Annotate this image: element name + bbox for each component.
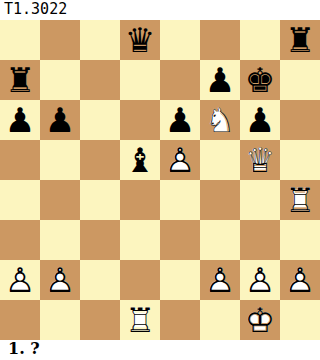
square-d4[interactable] (120, 180, 160, 220)
square-e3[interactable] (160, 220, 200, 260)
square-c1[interactable] (80, 300, 120, 340)
square-a8[interactable] (0, 20, 40, 60)
square-g4[interactable] (240, 180, 280, 220)
square-h1[interactable] (280, 300, 320, 340)
white-pawn-fill: ♟ (200, 260, 240, 300)
black-pawn: ♟ (160, 100, 200, 140)
square-h2[interactable]: ♟♙ (280, 260, 320, 300)
black-pawn: ♟ (240, 100, 280, 140)
square-b5[interactable] (40, 140, 80, 180)
square-h5[interactable] (280, 140, 320, 180)
white-knight-fill: ♞ (200, 100, 240, 140)
square-f8[interactable] (200, 20, 240, 60)
square-d7[interactable] (120, 60, 160, 100)
white-pawn: ♙ (0, 260, 40, 300)
white-rook-fill: ♜ (280, 180, 320, 220)
square-d5[interactable]: ♝ (120, 140, 160, 180)
white-pawn: ♙ (160, 140, 200, 180)
square-h3[interactable] (280, 220, 320, 260)
square-d3[interactable] (120, 220, 160, 260)
black-bishop: ♝ (120, 140, 160, 180)
square-a6[interactable]: ♟ (0, 100, 40, 140)
square-f2[interactable]: ♟♙ (200, 260, 240, 300)
white-pawn-fill: ♟ (0, 260, 40, 300)
black-king: ♚ (240, 60, 280, 100)
square-g5[interactable]: ♛♕ (240, 140, 280, 180)
square-b1[interactable] (40, 300, 80, 340)
square-a4[interactable] (0, 180, 40, 220)
square-g8[interactable] (240, 20, 280, 60)
white-pawn-fill: ♟ (280, 260, 320, 300)
square-b7[interactable] (40, 60, 80, 100)
square-c5[interactable] (80, 140, 120, 180)
square-e6[interactable]: ♟ (160, 100, 200, 140)
white-rook: ♖ (280, 180, 320, 220)
chess-board: ♛♜♜♟♚♟♟♟♞♘♟♝♟♙♛♕♜♖♟♙♟♙♟♙♟♙♟♙♜♖♚♔ (0, 20, 320, 340)
square-c8[interactable] (80, 20, 120, 60)
square-g7[interactable]: ♚ (240, 60, 280, 100)
square-d1[interactable]: ♜♖ (120, 300, 160, 340)
square-g3[interactable] (240, 220, 280, 260)
white-king: ♔ (240, 300, 280, 340)
square-c2[interactable] (80, 260, 120, 300)
square-f4[interactable] (200, 180, 240, 220)
white-pawn-fill: ♟ (160, 140, 200, 180)
white-pawn: ♙ (240, 260, 280, 300)
square-a7[interactable]: ♜ (0, 60, 40, 100)
square-d8[interactable]: ♛ (120, 20, 160, 60)
black-pawn: ♟ (40, 100, 80, 140)
white-pawn: ♙ (200, 260, 240, 300)
square-e8[interactable] (160, 20, 200, 60)
square-e4[interactable] (160, 180, 200, 220)
square-f7[interactable]: ♟ (200, 60, 240, 100)
black-pawn: ♟ (0, 100, 40, 140)
square-d2[interactable] (120, 260, 160, 300)
square-e5[interactable]: ♟♙ (160, 140, 200, 180)
square-c4[interactable] (80, 180, 120, 220)
square-b8[interactable] (40, 20, 80, 60)
square-h4[interactable]: ♜♖ (280, 180, 320, 220)
white-rook-fill: ♜ (120, 300, 160, 340)
black-rook: ♜ (280, 20, 320, 60)
square-e1[interactable] (160, 300, 200, 340)
square-a2[interactable]: ♟♙ (0, 260, 40, 300)
move-prompt: 1. ? (0, 340, 320, 360)
square-a5[interactable] (0, 140, 40, 180)
white-queen: ♕ (240, 140, 280, 180)
white-king-fill: ♚ (240, 300, 280, 340)
square-a3[interactable] (0, 220, 40, 260)
square-b2[interactable]: ♟♙ (40, 260, 80, 300)
black-pawn: ♟ (200, 60, 240, 100)
chess-app-window: T1.3022 ♛♜♜♟♚♟♟♟♞♘♟♝♟♙♛♕♜♖♟♙♟♙♟♙♟♙♟♙♜♖♚♔… (0, 0, 320, 360)
square-g2[interactable]: ♟♙ (240, 260, 280, 300)
square-e2[interactable] (160, 260, 200, 300)
white-rook: ♖ (120, 300, 160, 340)
square-b3[interactable] (40, 220, 80, 260)
white-pawn: ♙ (280, 260, 320, 300)
square-h6[interactable] (280, 100, 320, 140)
square-g1[interactable]: ♚♔ (240, 300, 280, 340)
square-c3[interactable] (80, 220, 120, 260)
white-queen-fill: ♛ (240, 140, 280, 180)
square-e7[interactable] (160, 60, 200, 100)
square-h7[interactable] (280, 60, 320, 100)
square-c6[interactable] (80, 100, 120, 140)
white-pawn-fill: ♟ (240, 260, 280, 300)
square-b4[interactable] (40, 180, 80, 220)
black-rook: ♜ (0, 60, 40, 100)
square-h8[interactable]: ♜ (280, 20, 320, 60)
white-pawn-fill: ♟ (40, 260, 80, 300)
white-pawn: ♙ (40, 260, 80, 300)
square-g6[interactable]: ♟ (240, 100, 280, 140)
white-knight: ♘ (200, 100, 240, 140)
square-f3[interactable] (200, 220, 240, 260)
square-f1[interactable] (200, 300, 240, 340)
square-f6[interactable]: ♞♘ (200, 100, 240, 140)
black-queen: ♛ (120, 20, 160, 60)
puzzle-id-label: T1.3022 (0, 0, 320, 20)
square-f5[interactable] (200, 140, 240, 180)
square-c7[interactable] (80, 60, 120, 100)
square-a1[interactable] (0, 300, 40, 340)
square-b6[interactable]: ♟ (40, 100, 80, 140)
square-d6[interactable] (120, 100, 160, 140)
